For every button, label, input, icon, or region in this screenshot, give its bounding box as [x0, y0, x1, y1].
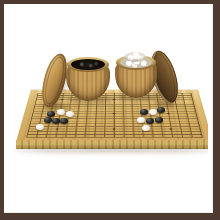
go-stone-black: [60, 118, 68, 124]
go-stone-white: [36, 124, 44, 130]
go-stone-black: [146, 118, 154, 124]
go-stone-black: [155, 117, 163, 123]
product-photo: [8, 8, 208, 208]
go-stone-white: [149, 109, 157, 115]
go-stone-black: [157, 107, 165, 113]
go-stone-black: [140, 109, 148, 115]
go-stone-black: [44, 117, 52, 123]
go-stone-white: [66, 111, 74, 117]
stones-layer: [8, 8, 208, 208]
go-stone-white: [142, 125, 150, 131]
go-stone-white: [137, 117, 145, 123]
photo-frame: [0, 0, 220, 220]
go-stone-black: [52, 118, 60, 124]
go-stone-white: [57, 109, 65, 115]
